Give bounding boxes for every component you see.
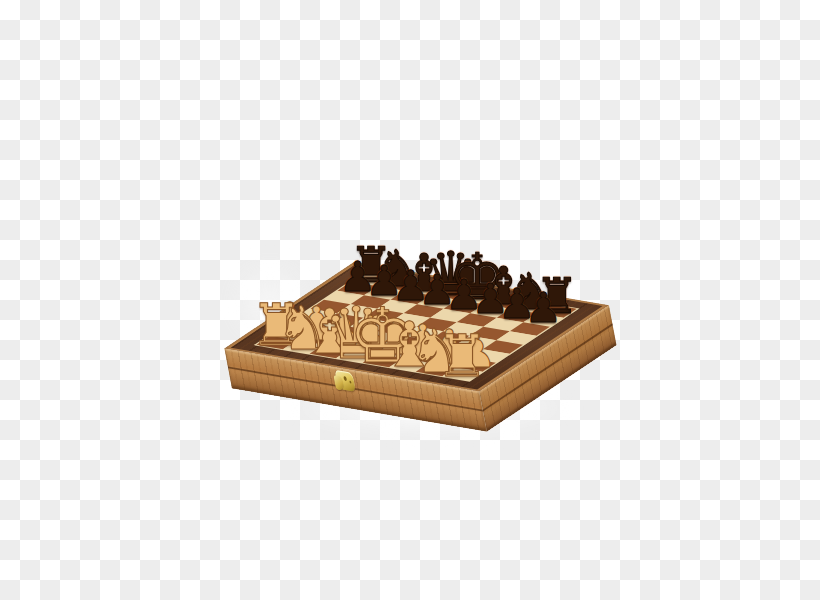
pieces-layer: ♜♞♝♛♚♝♞♜♟♟♟♟♟♟♟♟♟♟♟♟♟♟♟♟♜♞♝♛♚♝♞♜: [0, 0, 820, 600]
piece-black-pawn[interactable]: ♟: [525, 288, 562, 329]
product-photo-canvas: ♜♞♝♛♚♝♞♜♟♟♟♟♟♟♟♟♟♟♟♟♟♟♟♟♜♞♝♛♚♝♞♜: [0, 0, 820, 600]
piece-white-rook[interactable]: ♜: [436, 327, 488, 385]
